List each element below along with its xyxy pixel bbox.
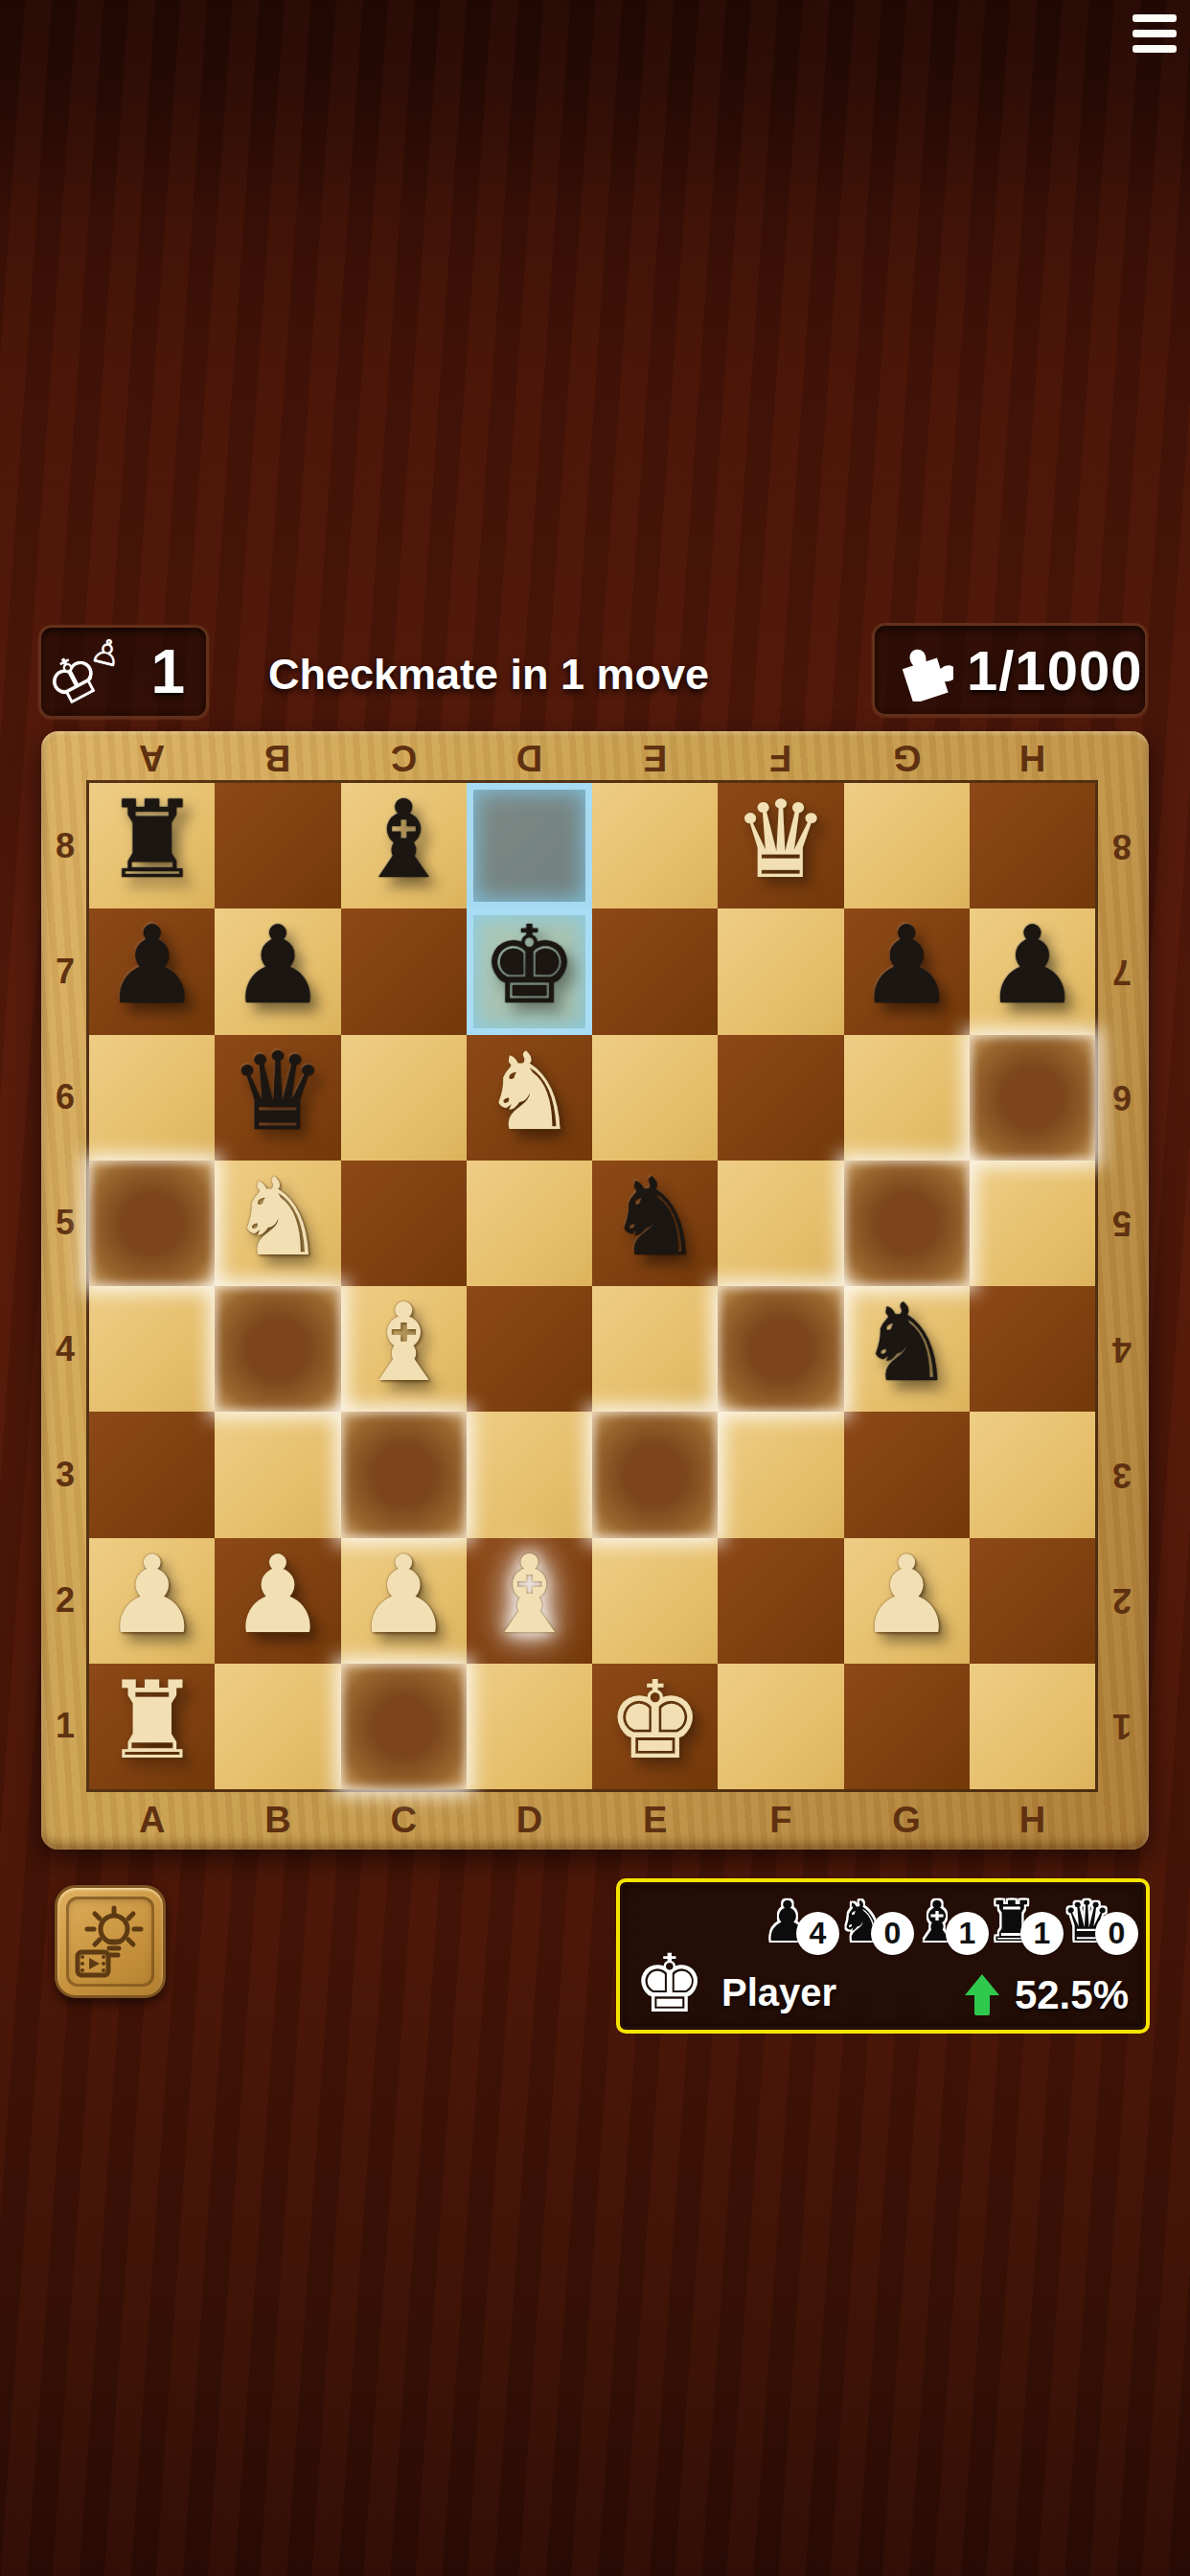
rank-label-8: 8 — [1112, 826, 1132, 866]
lightbulb-icon — [74, 1904, 147, 1979]
player-name: Player — [721, 1971, 836, 2014]
win-percent: 52.5% — [1015, 1972, 1129, 2018]
rank-label-1: 1 — [56, 1706, 75, 1746]
app-screen: ♔ ♙ 1 Checkmate in 1 move 1/1000 ABCDEFG… — [0, 0, 1190, 2576]
file-label-d: D — [467, 1800, 592, 1841]
file-label-g: G — [844, 737, 970, 778]
square-f2[interactable] — [718, 1538, 843, 1664]
piece-white-pawn[interactable]: ♟ — [844, 1533, 970, 1656]
square-g7[interactable]: ♟ — [844, 908, 970, 1034]
piece-black-pawn[interactable]: ♟ — [89, 904, 215, 1026]
rank-labels-left: 87654321 — [41, 783, 89, 1789]
square-e3[interactable] — [592, 1412, 718, 1537]
square-a4[interactable] — [89, 1286, 215, 1412]
square-d6[interactable]: ♞ — [467, 1035, 592, 1161]
square-e2[interactable] — [592, 1538, 718, 1664]
square-c3[interactable] — [341, 1412, 467, 1537]
square-f7[interactable] — [718, 908, 843, 1034]
win-estimate: 52.5% — [965, 1972, 1129, 2018]
square-c1[interactable] — [341, 1664, 467, 1789]
captured-bishops: ♝ 1 — [912, 1892, 989, 1955]
rank-label-2: 2 — [56, 1580, 75, 1621]
square-a2[interactable]: ♟ — [89, 1538, 215, 1664]
square-b7[interactable]: ♟ — [215, 908, 340, 1034]
rank-label-4: 4 — [56, 1329, 75, 1369]
square-g8[interactable] — [844, 783, 970, 908]
piece-black-rook[interactable]: ♜ — [89, 778, 215, 901]
captured-knights: ♞ 0 — [837, 1892, 914, 1955]
square-f1[interactable] — [718, 1664, 843, 1789]
captured-rook-count: 1 — [1020, 1912, 1064, 1955]
file-label-f: F — [718, 737, 843, 778]
puzzle-counter-badge: 1/1000 — [872, 623, 1148, 717]
falling-king-icon: ♔ ♙ — [41, 631, 124, 713]
rank-label-6: 6 — [56, 1077, 75, 1117]
file-label-g: G — [844, 1800, 970, 1841]
square-a8[interactable]: ♜ — [89, 783, 215, 908]
square-h1[interactable] — [970, 1664, 1095, 1789]
square-d2[interactable]: ♝ — [467, 1538, 592, 1664]
square-h7[interactable]: ♟ — [970, 908, 1095, 1034]
hint-button[interactable] — [55, 1885, 166, 1998]
square-f5[interactable] — [718, 1161, 843, 1286]
file-label-d: D — [467, 737, 592, 778]
rank-label-6: 6 — [1112, 1077, 1132, 1117]
square-b3[interactable] — [215, 1412, 340, 1537]
piece-white-queen[interactable]: ♛ — [718, 778, 843, 901]
hamburger-icon — [1133, 14, 1177, 22]
square-d5[interactable] — [467, 1161, 592, 1286]
piece-white-rook[interactable]: ♜ — [89, 1659, 215, 1782]
puzzle-title: Checkmate in 1 move — [220, 650, 757, 700]
square-b5[interactable]: ♞ — [215, 1161, 340, 1286]
file-label-f: F — [718, 1800, 843, 1841]
rank-label-3: 3 — [1112, 1455, 1132, 1495]
piece-black-queen[interactable]: ♛ — [215, 1030, 340, 1153]
file-label-b: B — [215, 1800, 340, 1841]
mate-counter-badge: ♔ ♙ 1 — [38, 625, 209, 719]
square-g1[interactable] — [844, 1664, 970, 1789]
square-e1[interactable]: ♚ — [592, 1664, 718, 1789]
square-g3[interactable] — [844, 1412, 970, 1537]
square-h3[interactable] — [970, 1412, 1095, 1537]
square-f6[interactable] — [718, 1035, 843, 1161]
square-c4[interactable]: ♝ — [341, 1286, 467, 1412]
square-d4[interactable] — [467, 1286, 592, 1412]
square-d3[interactable] — [467, 1412, 592, 1537]
rank-label-8: 8 — [56, 826, 75, 866]
file-label-c: C — [341, 737, 467, 778]
piece-white-bishop[interactable]: ♝ — [467, 1533, 592, 1656]
captured-pawns: ♟ 4 — [763, 1892, 839, 1955]
square-b4[interactable] — [215, 1286, 340, 1412]
rank-label-1: 1 — [1112, 1706, 1132, 1746]
square-b1[interactable] — [215, 1664, 340, 1789]
rank-label-4: 4 — [1112, 1329, 1132, 1369]
file-label-e: E — [592, 1800, 718, 1841]
piece-black-knight[interactable]: ♞ — [592, 1156, 718, 1278]
puzzle-piece-icon — [890, 638, 953, 701]
square-a7[interactable]: ♟ — [89, 908, 215, 1034]
menu-button[interactable] — [1133, 11, 1177, 56]
file-label-e: E — [592, 737, 718, 778]
square-g6[interactable] — [844, 1035, 970, 1161]
piece-white-pawn[interactable]: ♟ — [89, 1533, 215, 1656]
square-e4[interactable] — [592, 1286, 718, 1412]
piece-black-pawn[interactable]: ♟ — [844, 904, 970, 1026]
rank-label-3: 3 — [56, 1455, 75, 1495]
captured-queens: ♛ 0 — [1062, 1892, 1138, 1955]
piece-white-knight[interactable]: ♞ — [215, 1156, 340, 1278]
rank-label-7: 7 — [1112, 952, 1132, 992]
white-king-icon: ♚ — [633, 1943, 705, 2024]
square-e6[interactable] — [592, 1035, 718, 1161]
puzzle-counter-value: 1/1000 — [967, 638, 1142, 702]
file-labels-bottom: ABCDEFGH — [89, 1791, 1095, 1850]
square-g4[interactable]: ♞ — [844, 1286, 970, 1412]
captured-bishop-count: 1 — [946, 1912, 989, 1955]
captured-rooks: ♜ 1 — [987, 1892, 1064, 1955]
piece-white-pawn[interactable]: ♟ — [215, 1533, 340, 1656]
captured-pieces-tray: ♟ 4 ♞ 0 ♝ 1 ♜ 1 ♛ 0 — [765, 1892, 1138, 1955]
square-e5[interactable]: ♞ — [592, 1161, 718, 1286]
square-c6[interactable] — [341, 1035, 467, 1161]
video-reel-icon — [78, 1952, 108, 1975]
piece-white-bishop[interactable]: ♝ — [341, 1281, 467, 1404]
hamburger-icon — [1133, 30, 1177, 37]
piece-black-pawn[interactable]: ♟ — [215, 904, 340, 1026]
file-label-h: H — [970, 737, 1095, 778]
file-label-c: C — [341, 1800, 467, 1841]
square-h8[interactable] — [970, 783, 1095, 908]
square-d1[interactable] — [467, 1664, 592, 1789]
file-label-h: H — [970, 1800, 1095, 1841]
square-c2[interactable]: ♟ — [341, 1538, 467, 1664]
piece-white-king[interactable]: ♚ — [592, 1659, 718, 1782]
square-b8[interactable] — [215, 783, 340, 908]
piece-black-bishop[interactable]: ♝ — [341, 778, 467, 901]
square-a6[interactable] — [89, 1035, 215, 1161]
board-grid: ♜♝♛♟♟♚♟♟♛♞♞♞♝♞♟♟♟♝♟♜♚ — [89, 783, 1095, 1789]
square-b2[interactable]: ♟ — [215, 1538, 340, 1664]
square-f4[interactable] — [718, 1286, 843, 1412]
captured-knight-count: 0 — [871, 1912, 914, 1955]
square-a3[interactable] — [89, 1412, 215, 1537]
square-g2[interactable]: ♟ — [844, 1538, 970, 1664]
player-panel: ♚ Player ♟ 4 ♞ 0 ♝ 1 ♜ 1 ♛ 0 — [616, 1878, 1150, 2034]
square-d7[interactable]: ♚ — [467, 908, 592, 1034]
square-f8[interactable]: ♛ — [718, 783, 843, 908]
square-c8[interactable]: ♝ — [341, 783, 467, 908]
square-c5[interactable] — [341, 1161, 467, 1286]
captured-pawn-count: 4 — [796, 1912, 839, 1955]
piece-black-pawn[interactable]: ♟ — [970, 904, 1095, 1026]
rank-label-2: 2 — [1112, 1580, 1132, 1621]
hamburger-icon — [1133, 45, 1177, 53]
square-f3[interactable] — [718, 1412, 843, 1537]
captured-queen-count: 0 — [1095, 1912, 1138, 1955]
square-h4[interactable] — [970, 1286, 1095, 1412]
piece-black-knight[interactable]: ♞ — [844, 1281, 970, 1404]
piece-white-pawn[interactable]: ♟ — [341, 1533, 467, 1656]
square-h5[interactable] — [970, 1161, 1095, 1286]
file-labels-top: ABCDEFGH — [89, 731, 1095, 783]
square-h2[interactable] — [970, 1538, 1095, 1664]
square-a1[interactable]: ♜ — [89, 1664, 215, 1789]
up-arrow-icon — [965, 1974, 999, 2016]
file-label-b: B — [215, 737, 340, 778]
chess-board: ABCDEFGH 87654321 87654321 ABCDEFGH ♜♝♛♟… — [41, 731, 1149, 1850]
rank-label-5: 5 — [56, 1203, 75, 1243]
mate-counter-value: 1 — [150, 636, 185, 707]
square-a5[interactable] — [89, 1161, 215, 1286]
rank-labels-right: 87654321 — [1095, 783, 1149, 1789]
square-h6[interactable] — [970, 1035, 1095, 1161]
file-label-a: A — [89, 737, 215, 778]
square-e7[interactable] — [592, 908, 718, 1034]
piece-white-knight[interactable]: ♞ — [467, 1030, 592, 1153]
file-label-a: A — [89, 1800, 215, 1841]
square-e8[interactable] — [592, 783, 718, 908]
square-c7[interactable] — [341, 908, 467, 1034]
square-b6[interactable]: ♛ — [215, 1035, 340, 1161]
square-g5[interactable] — [844, 1161, 970, 1286]
piece-black-king[interactable]: ♚ — [467, 904, 592, 1026]
square-d8[interactable] — [467, 783, 592, 908]
rank-label-7: 7 — [56, 952, 75, 992]
rank-label-5: 5 — [1112, 1203, 1132, 1243]
